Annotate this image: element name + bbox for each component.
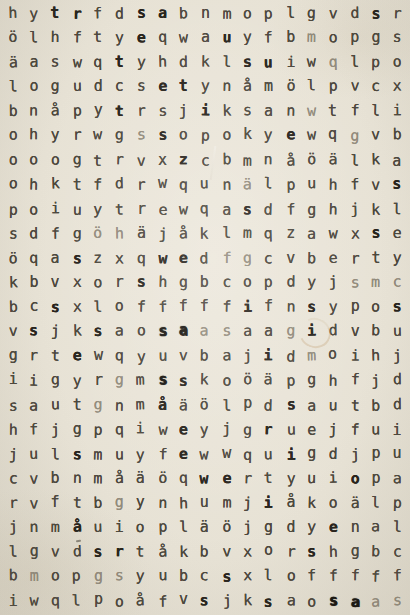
grid-cell[interactable]: r (386, 1, 408, 26)
grid-cell[interactable]: a (151, 1, 173, 26)
grid-cell[interactable]: p (66, 98, 88, 123)
grid-cell[interactable]: t (108, 197, 130, 222)
grid-cell[interactable]: f (44, 222, 66, 247)
grid-cell[interactable]: r (131, 197, 152, 221)
grid-cell[interactable]: l (386, 197, 408, 222)
grid-cell[interactable]: h (108, 222, 130, 247)
grid-cell[interactable]: ä (131, 222, 152, 246)
grid-cell[interactable]: i (109, 515, 130, 539)
grid-cell[interactable]: j (44, 418, 66, 443)
grid-cell[interactable]: y (130, 344, 152, 369)
grid-cell[interactable]: s (386, 173, 407, 197)
grid-cell[interactable]: b (173, 564, 194, 588)
grid-cell[interactable]: s (67, 442, 89, 467)
grid-cell[interactable]: d (386, 392, 408, 417)
grid-cell[interactable]: ö (280, 74, 302, 99)
grid-cell[interactable]: v (365, 173, 387, 198)
grid-cell[interactable]: i (23, 369, 45, 394)
grid-cell[interactable]: f (386, 563, 408, 588)
grid-cell[interactable]: å (152, 393, 173, 417)
grid-cell[interactable]: a (216, 343, 238, 368)
grid-cell[interactable]: s (236, 50, 258, 75)
grid-cell[interactable]: n (152, 490, 174, 515)
grid-cell[interactable]: s (365, 222, 386, 246)
grid-cell[interactable]: b (301, 246, 323, 271)
grid-cell[interactable]: l (44, 442, 66, 467)
grid-cell[interactable]: ö (2, 246, 24, 271)
grid-cell[interactable]: f (344, 98, 366, 123)
grid-cell[interactable]: ö (237, 367, 259, 392)
grid-cell[interactable]: s (2, 393, 24, 418)
grid-cell[interactable]: k (365, 147, 387, 172)
grid-cell[interactable]: p (195, 124, 217, 149)
grid-cell[interactable]: p (257, 1, 279, 26)
grid-cell[interactable]: t (129, 539, 151, 564)
grid-cell[interactable]: d (194, 246, 216, 271)
grid-cell[interactable]: y (130, 491, 151, 515)
grid-cell[interactable]: r (109, 270, 130, 294)
grid-cell[interactable]: s (44, 295, 66, 320)
grid-cell[interactable]: g (3, 343, 24, 367)
grid-cell[interactable]: ö (216, 514, 238, 539)
grid-cell[interactable]: t (344, 393, 366, 418)
grid-cell[interactable]: å (152, 539, 174, 564)
grid-cell[interactable]: a (301, 393, 323, 418)
grid-cell[interactable]: m (301, 343, 323, 368)
grid-cell[interactable]: d (257, 393, 279, 418)
grid-cell[interactable]: r (130, 98, 152, 123)
grid-cell[interactable]: n (344, 515, 365, 539)
grid-cell[interactable]: n (216, 173, 238, 198)
grid-cell[interactable]: a (44, 246, 65, 270)
grid-cell[interactable]: j (2, 442, 24, 467)
grid-cell[interactable]: u (280, 418, 302, 443)
grid-cell[interactable]: x (344, 222, 366, 247)
grid-cell[interactable]: e (152, 197, 174, 222)
grid-cell[interactable]: b (194, 343, 216, 368)
grid-cell[interactable]: t (67, 173, 88, 197)
grid-cell[interactable]: z (172, 147, 194, 172)
grid-cell[interactable]: p (344, 295, 365, 319)
grid-cell[interactable]: ä (344, 490, 366, 515)
grid-cell[interactable]: l (2, 75, 24, 100)
grid-cell[interactable]: s (216, 564, 238, 589)
grid-cell[interactable]: s (216, 319, 238, 344)
grid-cell[interactable]: a (280, 588, 302, 613)
grid-cell[interactable]: p (2, 197, 24, 222)
grid-cell[interactable]: x (66, 270, 88, 295)
grid-cell[interactable]: o (23, 197, 45, 222)
grid-cell[interactable]: j (322, 270, 344, 295)
grid-cell[interactable]: j (322, 417, 344, 442)
grid-cell[interactable]: w (172, 197, 194, 222)
grid-cell[interactable]: a (173, 319, 194, 343)
grid-cell[interactable]: w (301, 123, 323, 148)
grid-cell[interactable]: u (44, 392, 66, 417)
grid-cell[interactable]: h (23, 123, 45, 148)
grid-cell[interactable]: d (87, 74, 108, 98)
grid-cell[interactable]: t (44, 343, 66, 368)
grid-cell[interactable]: p (258, 270, 280, 295)
grid-cell[interactable]: m (87, 442, 109, 467)
grid-cell[interactable]: y (301, 270, 323, 295)
grid-cell[interactable]: i (322, 465, 344, 490)
grid-cell[interactable]: u (67, 197, 89, 222)
grid-cell[interactable]: g (258, 515, 279, 539)
grid-cell[interactable]: w (88, 343, 109, 367)
grid-cell[interactable]: s (344, 270, 366, 295)
grid-cell[interactable]: a (108, 319, 130, 344)
grid-cell[interactable]: å (237, 74, 259, 99)
grid-cell[interactable]: q (172, 466, 194, 491)
grid-cell[interactable]: c (258, 246, 280, 271)
grid-cell[interactable]: t (365, 246, 386, 270)
grid-cell[interactable]: y (67, 369, 89, 394)
grid-cell[interactable]: u (194, 491, 215, 515)
grid-cell[interactable]: f (152, 442, 174, 467)
grid-cell[interactable]: b (2, 563, 24, 588)
grid-cell[interactable]: g (67, 147, 89, 172)
grid-cell[interactable]: t (108, 99, 130, 124)
grid-cell[interactable]: d (386, 367, 408, 392)
grid-cell[interactable]: r (2, 490, 24, 515)
grid-cell[interactable]: a (23, 393, 45, 418)
grid-cell[interactable]: p (280, 369, 302, 394)
grid-cell[interactable]: ä (322, 147, 344, 172)
grid-cell[interactable]: f (87, 173, 109, 198)
grid-cell[interactable]: d (66, 539, 88, 564)
grid-cell[interactable]: g (344, 539, 365, 563)
grid-cell[interactable]: u (301, 466, 323, 491)
grid-cell[interactable]: x (237, 539, 259, 564)
grid-cell[interactable]: s (365, 2, 386, 26)
grid-cell[interactable]: o (236, 1, 258, 26)
grid-cell[interactable]: h (2, 1, 24, 26)
grid-cell[interactable]: b (2, 99, 24, 124)
grid-cell[interactable]: g (301, 198, 322, 222)
grid-cell[interactable]: h (23, 173, 45, 198)
grid-cell[interactable]: i (3, 589, 24, 613)
grid-cell[interactable]: h (152, 270, 174, 295)
grid-cell[interactable]: t (257, 466, 279, 491)
grid-cell[interactable]: v (2, 319, 24, 344)
grid-cell[interactable]: e (216, 466, 238, 491)
grid-cell[interactable]: f (130, 294, 152, 319)
grid-cell[interactable]: m (365, 270, 387, 295)
grid-cell[interactable]: f (23, 417, 45, 442)
grid-cell[interactable]: k (365, 197, 387, 222)
grid-cell[interactable]: s (66, 246, 88, 271)
grid-cell[interactable]: v (23, 491, 45, 516)
grid-cell[interactable]: f (87, 1, 109, 26)
grid-cell[interactable]: ö (87, 221, 109, 246)
grid-cell[interactable]: v (23, 467, 45, 492)
grid-cell[interactable]: c (365, 74, 387, 99)
grid-cell[interactable]: v (322, 1, 344, 26)
grid-cell[interactable]: y (87, 98, 108, 122)
grid-cell[interactable]: g (88, 392, 110, 417)
grid-cell[interactable]: s (152, 319, 174, 344)
grid-cell[interactable]: y (108, 26, 130, 51)
grid-cell[interactable]: u (257, 442, 279, 467)
grid-cell[interactable]: s (237, 98, 259, 123)
grid-cell[interactable]: o (87, 270, 109, 295)
grid-cell[interactable]: o (3, 123, 24, 147)
grid-cell[interactable]: h (173, 491, 195, 516)
grid-cell[interactable]: g (301, 367, 323, 392)
grid-cell[interactable]: i (301, 319, 323, 344)
grid-cell[interactable]: f (66, 26, 88, 51)
grid-cell[interactable]: c (216, 270, 238, 295)
grid-cell[interactable]: k (301, 490, 323, 515)
grid-cell[interactable]: w (152, 172, 173, 196)
grid-cell[interactable]: r (344, 246, 366, 271)
grid-cell[interactable]: p (280, 173, 302, 198)
grid-cell[interactable]: j (344, 442, 366, 467)
grid-cell[interactable]: j (152, 222, 174, 247)
grid-cell[interactable]: t (173, 74, 194, 98)
grid-cell[interactable]: j (173, 99, 194, 123)
grid-cell[interactable]: q (87, 50, 109, 75)
grid-cell[interactable]: b (365, 318, 387, 343)
grid-cell[interactable]: f (173, 294, 194, 318)
grid-cell[interactable]: w (66, 50, 88, 75)
grid-cell[interactable]: j (2, 514, 24, 539)
grid-cell[interactable]: p (88, 418, 110, 443)
grid-cell[interactable]: s (322, 588, 344, 613)
grid-cell[interactable]: e (131, 26, 153, 51)
grid-cell[interactable]: i (386, 418, 407, 442)
grid-cell[interactable]: y (44, 122, 66, 147)
grid-cell[interactable]: q (108, 343, 130, 368)
grid-cell[interactable]: s (386, 294, 408, 319)
grid-cell[interactable]: e (322, 246, 344, 271)
grid-cell[interactable]: c (2, 466, 24, 491)
grid-cell[interactable]: o (216, 123, 238, 148)
grid-cell[interactable]: r (280, 539, 302, 564)
grid-cell[interactable]: w (87, 123, 109, 148)
grid-cell[interactable]: v (131, 148, 153, 173)
grid-cell[interactable]: s (236, 197, 258, 222)
grid-cell[interactable]: e (172, 417, 194, 442)
grid-cell[interactable]: w (152, 246, 174, 271)
grid-cell[interactable]: a (365, 514, 387, 539)
grid-cell[interactable]: f (216, 294, 238, 319)
grid-cell[interactable]: l (344, 50, 365, 74)
grid-cell[interactable]: y (280, 466, 302, 491)
grid-cell[interactable]: u (301, 172, 323, 197)
grid-cell[interactable]: g (236, 246, 258, 271)
grid-cell[interactable]: å (108, 466, 130, 491)
grid-cell[interactable]: j (237, 515, 259, 540)
grid-cell[interactable]: s (386, 25, 408, 50)
grid-cell[interactable]: c (194, 563, 216, 588)
grid-cell[interactable]: o (172, 123, 194, 148)
grid-cell[interactable]: l (173, 515, 195, 540)
grid-cell[interactable]: m (216, 490, 238, 515)
grid-cell[interactable]: j (386, 343, 408, 368)
grid-cell[interactable]: q (108, 417, 130, 442)
grid-cell[interactable]: i (280, 50, 302, 75)
grid-cell[interactable]: b (194, 539, 216, 564)
grid-cell[interactable]: å (44, 98, 66, 123)
grid-cell[interactable]: n (195, 1, 216, 25)
grid-cell[interactable]: s (131, 270, 153, 295)
grid-cell[interactable]: w (322, 221, 344, 246)
grid-cell[interactable]: v (173, 588, 194, 612)
grid-cell[interactable]: b (365, 393, 387, 418)
grid-cell[interactable]: b (172, 1, 194, 26)
grid-cell[interactable]: b (23, 270, 44, 294)
grid-cell[interactable]: f (344, 367, 366, 392)
grid-cell[interactable]: w (152, 418, 174, 443)
grid-cell[interactable]: l (301, 73, 323, 98)
grid-cell[interactable]: s (23, 318, 45, 343)
grid-cell[interactable]: e (386, 221, 408, 246)
grid-cell[interactable]: k (237, 588, 259, 613)
grid-cell[interactable]: f (344, 418, 366, 443)
grid-cell[interactable]: r (108, 539, 130, 564)
grid-cell[interactable]: t (67, 393, 88, 417)
grid-cell[interactable]: a (344, 589, 366, 614)
grid-cell[interactable]: t (322, 99, 343, 123)
grid-cell[interactable]: g (44, 367, 66, 392)
grid-cell[interactable]: s (44, 49, 66, 74)
grid-cell[interactable]: u (66, 74, 88, 99)
grid-cell[interactable]: o (130, 318, 152, 343)
grid-cell[interactable]: f (344, 172, 366, 197)
grid-cell[interactable]: w (301, 99, 323, 124)
grid-cell[interactable]: q (44, 588, 66, 613)
grid-cell[interactable]: v (344, 319, 365, 343)
grid-cell[interactable]: k (216, 98, 238, 123)
grid-cell[interactable]: ö (301, 147, 323, 172)
grid-cell[interactable]: o (216, 369, 238, 394)
grid-cell[interactable]: y (386, 245, 408, 270)
grid-cell[interactable]: e (322, 515, 344, 540)
grid-cell[interactable]: w (194, 442, 216, 467)
grid-cell[interactable]: s (108, 563, 130, 588)
grid-cell[interactable]: b (216, 147, 238, 172)
grid-cell[interactable]: i (258, 490, 280, 515)
grid-cell[interactable]: o (236, 270, 258, 295)
grid-cell[interactable]: u (386, 319, 408, 344)
grid-cell[interactable]: c (109, 74, 130, 98)
grid-cell[interactable]: f (152, 589, 174, 614)
grid-cell[interactable]: h (151, 49, 173, 74)
grid-cell[interactable]: u (193, 171, 215, 196)
grid-cell[interactable]: s (131, 1, 152, 25)
grid-cell[interactable]: r (67, 2, 89, 27)
grid-cell[interactable]: f (322, 564, 344, 589)
grid-cell[interactable]: l (23, 26, 45, 51)
grid-cell[interactable]: r (108, 147, 130, 172)
grid-cell[interactable]: p (152, 514, 174, 539)
grid-cell[interactable]: o (280, 564, 302, 589)
grid-cell[interactable]: f (344, 563, 366, 588)
grid-cell[interactable]: u (322, 393, 344, 418)
grid-cell[interactable]: u (152, 563, 174, 588)
grid-cell[interactable]: k (237, 123, 258, 147)
grid-cell[interactable]: m (258, 74, 279, 98)
grid-cell[interactable]: g (108, 123, 130, 148)
grid-cell[interactable]: a (258, 319, 279, 343)
grid-cell[interactable]: o (108, 589, 130, 614)
grid-cell[interactable]: t (44, 1, 65, 25)
grid-cell[interactable]: d (344, 1, 366, 26)
grid-cell[interactable]: u (152, 343, 174, 368)
grid-cell[interactable]: s (301, 539, 323, 564)
grid-cell[interactable]: t (87, 25, 109, 50)
grid-cell[interactable]: b (365, 539, 387, 564)
grid-cell[interactable]: x (237, 563, 259, 588)
grid-cell[interactable]: g (109, 491, 130, 515)
grid-cell[interactable]: t (66, 490, 88, 515)
grid-cell[interactable]: x (108, 246, 130, 271)
grid-cell[interactable]: a (365, 589, 387, 614)
grid-cell[interactable]: g (108, 367, 130, 392)
grid-cell[interactable]: i (129, 416, 151, 441)
grid-cell[interactable]: b (44, 466, 65, 490)
grid-cell[interactable]: s (258, 589, 280, 614)
grid-cell[interactable]: ä (194, 515, 215, 539)
grid-cell[interactable]: w (23, 588, 45, 613)
grid-cell[interactable]: y (193, 418, 215, 443)
grid-cell[interactable]: j (44, 319, 66, 344)
grid-cell[interactable]: t (87, 148, 109, 173)
grid-cell[interactable]: s (280, 392, 302, 417)
grid-cell[interactable]: r (237, 466, 259, 491)
grid-cell[interactable]: w (194, 466, 216, 491)
grid-cell[interactable]: u (365, 417, 387, 442)
grid-cell[interactable]: e (172, 441, 194, 466)
grid-cell[interactable]: l (386, 515, 408, 540)
grid-cell[interactable]: s (152, 123, 174, 148)
grid-cell[interactable]: w (172, 26, 194, 51)
grid-cell[interactable]: a (258, 99, 279, 123)
grid-cell[interactable]: f (301, 563, 323, 588)
grid-cell[interactable]: q (131, 246, 153, 271)
grid-cell[interactable]: d (257, 197, 279, 222)
grid-cell[interactable]: i (344, 343, 366, 368)
grid-cell[interactable]: l (365, 98, 387, 123)
grid-cell[interactable]: l (258, 563, 280, 588)
grid-cell[interactable]: s (130, 122, 152, 147)
grid-cell[interactable]: å (66, 514, 88, 539)
grid-cell[interactable]: h (322, 197, 344, 222)
grid-cell[interactable]: d (23, 222, 45, 247)
grid-cell[interactable]: q (23, 246, 45, 271)
grid-cell[interactable]: p (365, 442, 386, 466)
grid-cell[interactable]: m (129, 368, 151, 393)
grid-cell[interactable]: r (67, 123, 89, 148)
grid-cell[interactable]: a (386, 466, 408, 491)
grid-cell[interactable]: å (129, 588, 151, 613)
grid-cell[interactable]: r (88, 368, 109, 392)
grid-cell[interactable]: v (280, 246, 301, 270)
grid-cell[interactable]: o (344, 466, 366, 491)
grid-cell[interactable]: g (237, 418, 259, 443)
grid-cell[interactable]: k (66, 319, 88, 344)
grid-cell[interactable]: d (280, 344, 302, 369)
grid-cell[interactable]: b (194, 271, 215, 295)
grid-cell[interactable]: j (344, 197, 366, 222)
grid-cell[interactable]: z (87, 246, 109, 271)
grid-cell[interactable]: g (301, 442, 322, 466)
grid-cell[interactable]: ö (2, 25, 24, 50)
grid-cell[interactable]: u (216, 26, 238, 51)
grid-cell[interactable]: d (108, 2, 130, 27)
